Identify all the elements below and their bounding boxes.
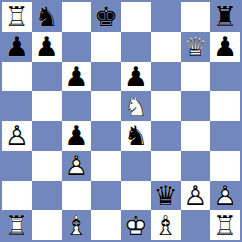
square-g1[interactable] (181, 210, 211, 240)
white-piece-outline: ♖ (2, 2, 32, 32)
white-pawn[interactable]: ♟♙ (210, 181, 240, 211)
black-piece-glyph: ♚ (91, 2, 121, 32)
black-piece-glyph: ♟ (62, 121, 92, 151)
black-king[interactable]: ♚ (91, 2, 121, 32)
white-piece-outline: ♙ (210, 181, 240, 211)
square-f5[interactable] (151, 91, 181, 121)
white-piece-outline: ♙ (62, 151, 92, 181)
square-e7[interactable] (121, 32, 151, 62)
square-f7[interactable] (151, 32, 181, 62)
square-d2[interactable] (91, 181, 121, 211)
black-pawn[interactable]: ♟ (32, 32, 62, 62)
white-piece-outline: ♖ (2, 210, 32, 240)
white-queen[interactable]: ♛♕ (181, 32, 211, 62)
white-rook[interactable]: ♜♖ (2, 210, 32, 240)
white-pawn[interactable]: ♟♙ (62, 151, 92, 181)
square-a2[interactable] (2, 181, 32, 211)
square-e4[interactable]: ♞ (121, 121, 151, 151)
black-piece-glyph: ♛ (151, 181, 181, 211)
square-h2[interactable]: ♟♙ (210, 181, 240, 211)
square-e2[interactable] (121, 181, 151, 211)
white-bishop[interactable]: ♝♗ (151, 210, 181, 240)
square-g2[interactable]: ♟♙ (181, 181, 211, 211)
square-b2[interactable] (32, 181, 62, 211)
square-h8[interactable]: ♜ (210, 2, 240, 32)
white-rook[interactable]: ♜♖ (2, 2, 32, 32)
square-g6[interactable] (181, 62, 211, 92)
black-rook[interactable]: ♜ (210, 2, 240, 32)
square-a8[interactable]: ♜♖ (2, 2, 32, 32)
square-e8[interactable] (121, 2, 151, 32)
square-f6[interactable] (151, 62, 181, 92)
white-piece-outline: ♙ (181, 181, 211, 211)
square-a7[interactable]: ♟ (2, 32, 32, 62)
black-piece-glyph: ♜ (210, 2, 240, 32)
square-e1[interactable]: ♚♔ (121, 210, 151, 240)
square-c5[interactable] (62, 91, 92, 121)
square-a3[interactable] (2, 151, 32, 181)
square-g8[interactable] (181, 2, 211, 32)
square-e5[interactable]: ♞♘ (121, 91, 151, 121)
white-king[interactable]: ♚♔ (121, 210, 151, 240)
black-piece-glyph: ♟ (2, 32, 32, 62)
square-b7[interactable]: ♟ (32, 32, 62, 62)
black-knight[interactable]: ♞ (32, 2, 62, 32)
square-c7[interactable] (62, 32, 92, 62)
black-pawn[interactable]: ♟ (210, 32, 240, 62)
square-f8[interactable] (151, 2, 181, 32)
black-pawn[interactable]: ♟ (62, 62, 92, 92)
white-piece-outline: ♙ (2, 121, 32, 151)
white-piece-outline: ♘ (121, 91, 151, 121)
square-d4[interactable] (91, 121, 121, 151)
white-knight[interactable]: ♞♘ (121, 91, 151, 121)
square-e6[interactable]: ♟ (121, 62, 151, 92)
white-piece-outline: ♔ (121, 210, 151, 240)
black-piece-glyph: ♟ (210, 32, 240, 62)
square-h5[interactable] (210, 91, 240, 121)
square-c8[interactable] (62, 2, 92, 32)
square-g4[interactable] (181, 121, 211, 151)
black-piece-glyph: ♟ (121, 62, 151, 92)
black-queen[interactable]: ♛ (151, 181, 181, 211)
square-d8[interactable]: ♚ (91, 2, 121, 32)
square-f1[interactable]: ♝♗ (151, 210, 181, 240)
square-h1[interactable]: ♜♖ (210, 210, 240, 240)
square-d6[interactable] (91, 62, 121, 92)
square-h7[interactable]: ♟ (210, 32, 240, 62)
square-d3[interactable] (91, 151, 121, 181)
black-knight[interactable]: ♞ (121, 121, 151, 151)
white-bishop[interactable]: ♝♗ (62, 210, 92, 240)
white-pawn[interactable]: ♟♙ (2, 121, 32, 151)
square-a1[interactable]: ♜♖ (2, 210, 32, 240)
square-f4[interactable] (151, 121, 181, 151)
black-pawn[interactable]: ♟ (2, 32, 32, 62)
chess-board: ♜♖♞♚♜♟♟♛♕♟♟♟♞♘♟♙♟♞♟♙♛♟♙♟♙♜♖♝♗♚♔♝♗♜♖ (0, 0, 242, 242)
square-c6[interactable]: ♟ (62, 62, 92, 92)
square-g5[interactable] (181, 91, 211, 121)
square-e3[interactable] (121, 151, 151, 181)
black-piece-glyph: ♟ (62, 62, 92, 92)
square-b6[interactable] (32, 62, 62, 92)
square-b4[interactable] (32, 121, 62, 151)
square-h6[interactable] (210, 62, 240, 92)
square-a4[interactable]: ♟♙ (2, 121, 32, 151)
black-piece-glyph: ♟ (32, 32, 62, 62)
square-g7[interactable]: ♛♕ (181, 32, 211, 62)
square-g3[interactable] (181, 151, 211, 181)
square-h3[interactable] (210, 151, 240, 181)
black-pawn[interactable]: ♟ (62, 121, 92, 151)
square-c4[interactable]: ♟ (62, 121, 92, 151)
square-a6[interactable] (2, 62, 32, 92)
black-pawn[interactable]: ♟ (121, 62, 151, 92)
square-d7[interactable] (91, 32, 121, 62)
white-rook[interactable]: ♜♖ (210, 210, 240, 240)
black-piece-glyph: ♞ (32, 2, 62, 32)
square-c1[interactable]: ♝♗ (62, 210, 92, 240)
square-f3[interactable] (151, 151, 181, 181)
square-d5[interactable] (91, 91, 121, 121)
square-f2[interactable]: ♛ (151, 181, 181, 211)
white-pawn[interactable]: ♟♙ (181, 181, 211, 211)
square-b8[interactable]: ♞ (32, 2, 62, 32)
white-piece-outline: ♗ (151, 210, 181, 240)
square-b3[interactable] (32, 151, 62, 181)
white-piece-outline: ♗ (62, 210, 92, 240)
white-piece-outline: ♖ (210, 210, 240, 240)
square-d1[interactable] (91, 210, 121, 240)
square-a5[interactable] (2, 91, 32, 121)
square-c3[interactable]: ♟♙ (62, 151, 92, 181)
square-c2[interactable] (62, 181, 92, 211)
square-b1[interactable] (32, 210, 62, 240)
white-piece-outline: ♕ (181, 32, 211, 62)
black-piece-glyph: ♞ (121, 121, 151, 151)
square-h4[interactable] (210, 121, 240, 151)
square-b5[interactable] (32, 91, 62, 121)
